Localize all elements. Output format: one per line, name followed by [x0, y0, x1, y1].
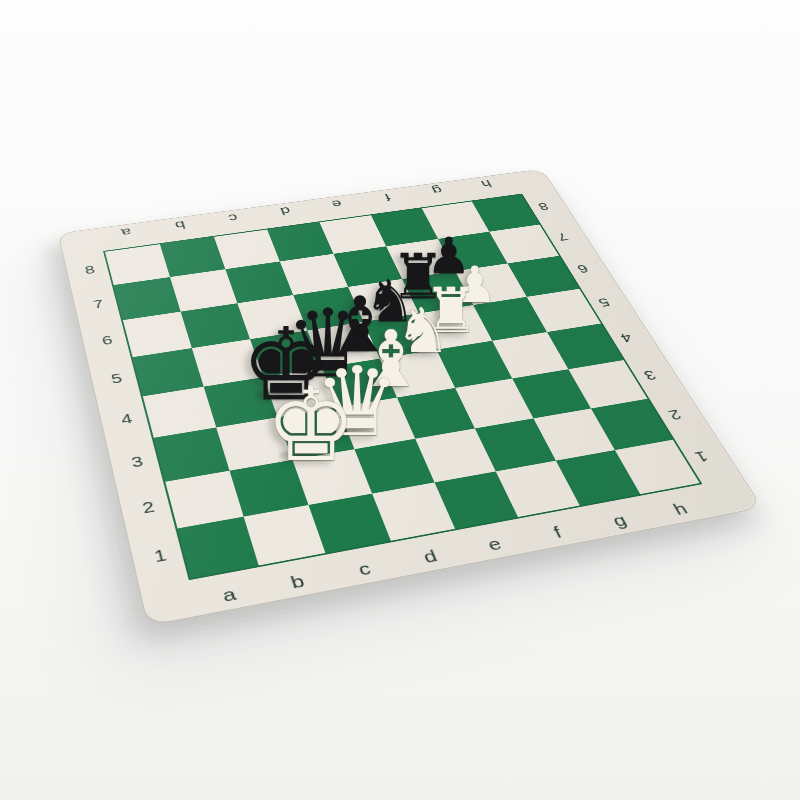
pieces-layer: ♟♜♟♞♜♝♞♛♝♚♛♚	[0, 0, 800, 800]
product-photo-stage: 88aa77bb66cc55dd44ee33ff22gg11hh ♟♜♟♞♜♝♞…	[0, 0, 800, 800]
white-king[interactable]: ♚	[265, 374, 356, 476]
